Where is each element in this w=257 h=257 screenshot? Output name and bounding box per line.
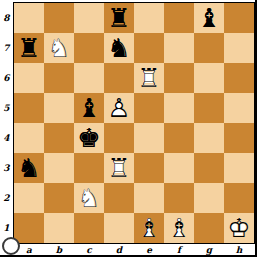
square-a6 — [14, 63, 44, 93]
square-h7 — [224, 33, 254, 63]
black-bishop-g8: ♝♝ — [194, 3, 224, 33]
square-d6 — [104, 63, 134, 93]
rank-label-3: 3 — [0, 153, 13, 183]
square-g6 — [194, 63, 224, 93]
file-label-c: c — [74, 244, 104, 256]
white-pawn-d5: ♟♙ — [104, 93, 134, 123]
square-b5 — [44, 93, 74, 123]
square-a3: ♞♞ — [14, 153, 44, 183]
square-f2 — [164, 183, 194, 213]
square-f8 — [164, 3, 194, 33]
square-e4 — [134, 123, 164, 153]
square-b7: ♞♘ — [44, 33, 74, 63]
square-c7 — [74, 33, 104, 63]
square-b4 — [44, 123, 74, 153]
square-f7 — [164, 33, 194, 63]
square-g8: ♝♝ — [194, 3, 224, 33]
square-h8 — [224, 3, 254, 33]
chess-diagram: ♜♜♝♝♜♜♞♘♞♞♜♖♝♝♟♙♚♚♞♞♜♖♞♘♝♗♝♗♚♔ 87654321 … — [0, 0, 257, 257]
rank-label-2: 2 — [0, 183, 13, 213]
square-d1 — [104, 213, 134, 243]
black-knight-a3: ♞♞ — [14, 153, 44, 183]
square-e5 — [134, 93, 164, 123]
square-b1 — [44, 213, 74, 243]
white-bishop-e1: ♝♗ — [134, 213, 164, 243]
square-b3 — [44, 153, 74, 183]
rank-label-4: 4 — [0, 123, 13, 153]
square-c5: ♝♝ — [74, 93, 104, 123]
square-c1 — [74, 213, 104, 243]
black-rook-d8: ♜♜ — [104, 3, 134, 33]
black-knight-d7: ♞♞ — [104, 33, 134, 63]
white-rook-d3: ♜♖ — [104, 153, 134, 183]
square-c2: ♞♘ — [74, 183, 104, 213]
square-f5 — [164, 93, 194, 123]
square-g7 — [194, 33, 224, 63]
square-e1: ♝♗ — [134, 213, 164, 243]
square-a2 — [14, 183, 44, 213]
black-rook-a7: ♜♜ — [14, 33, 44, 63]
square-h4 — [224, 123, 254, 153]
square-d8: ♜♜ — [104, 3, 134, 33]
file-label-e: e — [134, 244, 164, 256]
square-c4: ♚♚ — [74, 123, 104, 153]
square-h6 — [224, 63, 254, 93]
square-g5 — [194, 93, 224, 123]
white-king-h1: ♚♔ — [224, 213, 254, 243]
black-king-c4: ♚♚ — [74, 123, 104, 153]
square-e8 — [134, 3, 164, 33]
rank-label-8: 8 — [0, 3, 13, 33]
white-knight-c2: ♞♘ — [74, 183, 104, 213]
file-label-g: g — [194, 244, 224, 256]
rank-label-7: 7 — [0, 33, 13, 63]
square-a8 — [14, 3, 44, 33]
square-e7 — [134, 33, 164, 63]
square-f1: ♝♗ — [164, 213, 194, 243]
square-a7: ♜♜ — [14, 33, 44, 63]
rank-label-5: 5 — [0, 93, 13, 123]
square-e6: ♜♖ — [134, 63, 164, 93]
square-b6 — [44, 63, 74, 93]
square-g4 — [194, 123, 224, 153]
square-e3 — [134, 153, 164, 183]
square-a4 — [14, 123, 44, 153]
white-to-move-indicator-circle — [2, 237, 20, 255]
square-e2 — [134, 183, 164, 213]
chess-board: ♜♜♝♝♜♜♞♘♞♞♜♖♝♝♟♙♚♚♞♞♜♖♞♘♝♗♝♗♚♔ — [13, 2, 255, 244]
white-rook-e6: ♜♖ — [134, 63, 164, 93]
square-g3 — [194, 153, 224, 183]
square-f4 — [164, 123, 194, 153]
square-a1 — [14, 213, 44, 243]
square-h3 — [224, 153, 254, 183]
square-c8 — [74, 3, 104, 33]
square-d7: ♞♞ — [104, 33, 134, 63]
black-bishop-c5: ♝♝ — [74, 93, 104, 123]
file-label-d: d — [104, 244, 134, 256]
square-d3: ♜♖ — [104, 153, 134, 183]
white-knight-b7: ♞♘ — [44, 33, 74, 63]
file-label-h: h — [224, 244, 254, 256]
square-b2 — [44, 183, 74, 213]
square-g2 — [194, 183, 224, 213]
square-d4 — [104, 123, 134, 153]
file-label-b: b — [44, 244, 74, 256]
square-h5 — [224, 93, 254, 123]
square-c6 — [74, 63, 104, 93]
white-bishop-f1: ♝♗ — [164, 213, 194, 243]
square-h2 — [224, 183, 254, 213]
square-a5 — [14, 93, 44, 123]
file-label-f: f — [164, 244, 194, 256]
square-d5: ♟♙ — [104, 93, 134, 123]
square-f3 — [164, 153, 194, 183]
square-f6 — [164, 63, 194, 93]
square-g1 — [194, 213, 224, 243]
square-d2 — [104, 183, 134, 213]
square-b8 — [44, 3, 74, 33]
square-h1: ♚♔ — [224, 213, 254, 243]
rank-label-6: 6 — [0, 63, 13, 93]
square-c3 — [74, 153, 104, 183]
